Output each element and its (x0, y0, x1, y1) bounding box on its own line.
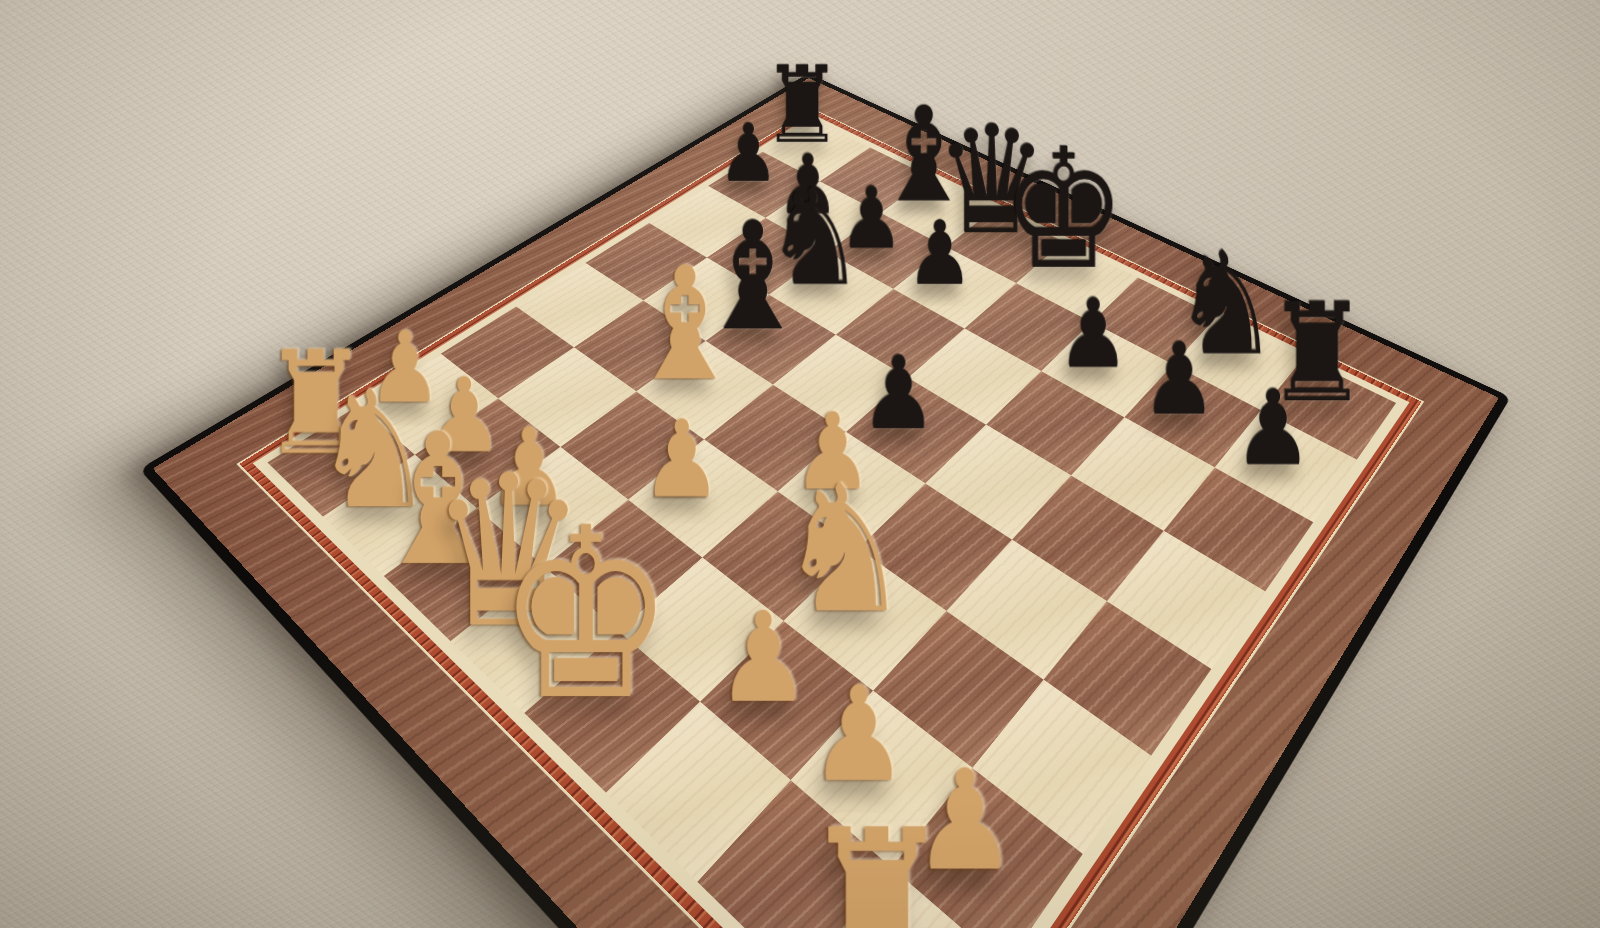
board-base-edge: ♜♝♛♚♞♜♟♟♟♟♟♟♟♞♝♟♝♟♟♞♟♟♟♟♟♟♜♞♝♛♚♜ (139, 73, 1511, 928)
piece-white-king-e1[interactable]: ♚ (470, 496, 702, 732)
trim-outer-line: ♜♝♛♚♞♜♟♟♟♟♟♟♟♞♝♟♝♟♟♞♟♟♟♟♟♟♜♞♝♛♚♜ (236, 108, 1424, 928)
piece-white-bishop-c4[interactable]: ♝ (595, 247, 775, 403)
trim-inner-line: ♜♝♛♚♞♜♟♟♟♟♟♟♟♞♝♟♝♟♟♞♟♟♟♟♟♟♜♞♝♛♚♜ (253, 114, 1410, 928)
carpet: ♜♝♛♚♞♜♟♟♟♟♟♟♟♞♝♟♝♟♟♞♟♟♟♟♟♟♜♞♝♛♚♜ (0, 0, 1600, 928)
piece-white-rook-h1[interactable]: ♜ (739, 803, 1014, 928)
board-grid: ♜♝♛♚♞♜♟♟♟♟♟♟♟♞♝♟♝♟♟♞♟♟♟♟♟♟♜♞♝♛♚♜ (267, 120, 1396, 928)
square-h7[interactable]: ♟ (1215, 410, 1357, 522)
trim-red-inlay: ♜♝♛♚♞♜♟♟♟♟♟♟♟♞♝♟♝♟♟♞♟♟♟♟♟♟♜♞♝♛♚♜ (239, 109, 1421, 928)
piece-black-pawn-h7[interactable]: ♟ (1177, 376, 1369, 480)
square-h1[interactable]: ♜ (800, 868, 1005, 928)
board-frame: ♜♝♛♚♞♜♟♟♟♟♟♟♟♞♝♟♝♟♟♞♟♟♟♟♟♟♜♞♝♛♚♜ (153, 78, 1499, 928)
square-e1[interactable]: ♚ (524, 631, 700, 793)
